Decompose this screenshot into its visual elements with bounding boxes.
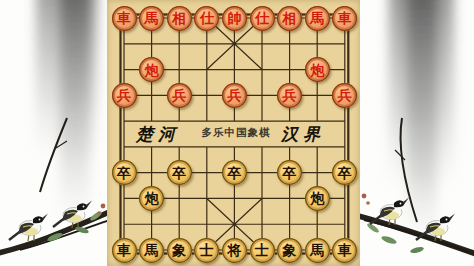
ink-painting-right [359, 0, 474, 266]
piece-red-chariot[interactable]: 車 [332, 6, 357, 31]
piece-red-cannon[interactable]: 炮 [305, 57, 330, 82]
piece-black-elephant[interactable]: 象 [167, 238, 192, 263]
river-watermark-text: 多乐中国象棋 [202, 126, 271, 140]
piece-black-soldier[interactable]: 卒 [112, 160, 137, 185]
xiangqi-board: 楚河 多乐中国象棋 汉界 車馬相仕帥仕相馬車炮炮兵兵兵兵兵卒卒卒卒卒炮炮車馬象士… [107, 0, 360, 266]
river-label-chu-he: 楚河 [136, 123, 180, 146]
piece-red-cannon[interactable]: 炮 [139, 57, 164, 82]
piece-black-advisor[interactable]: 士 [250, 238, 275, 263]
piece-red-general[interactable]: 帥 [222, 6, 247, 31]
piece-black-soldier[interactable]: 卒 [222, 160, 247, 185]
piece-red-elephant[interactable]: 相 [167, 6, 192, 31]
piece-red-chariot[interactable]: 車 [112, 6, 137, 31]
piece-black-cannon[interactable]: 炮 [305, 186, 330, 211]
piece-red-advisor[interactable]: 仕 [194, 6, 219, 31]
waterfall-wash-left [36, 0, 98, 220]
piece-black-elephant[interactable]: 象 [277, 238, 302, 263]
screenshot-root: 楚河 多乐中国象棋 汉界 車馬相仕帥仕相馬車炮炮兵兵兵兵兵卒卒卒卒卒炮炮車馬象士… [0, 0, 474, 266]
piece-black-cannon[interactable]: 炮 [139, 186, 164, 211]
piece-red-soldier[interactable]: 兵 [167, 83, 192, 108]
piece-black-chariot[interactable]: 車 [332, 238, 357, 263]
piece-red-soldier[interactable]: 兵 [112, 83, 137, 108]
piece-red-horse[interactable]: 馬 [139, 6, 164, 31]
piece-red-soldier[interactable]: 兵 [332, 83, 357, 108]
ink-painting-left [0, 0, 107, 266]
piece-black-chariot[interactable]: 車 [112, 238, 137, 263]
piece-red-advisor[interactable]: 仕 [250, 6, 275, 31]
piece-red-soldier[interactable]: 兵 [277, 83, 302, 108]
piece-black-horse[interactable]: 馬 [305, 238, 330, 263]
piece-red-horse[interactable]: 馬 [305, 6, 330, 31]
bird-icon [370, 198, 409, 226]
piece-black-general[interactable]: 将 [222, 238, 247, 263]
piece-red-elephant[interactable]: 相 [277, 6, 302, 31]
piece-black-advisor[interactable]: 士 [194, 238, 219, 263]
river-label-han-jie: 汉界 [281, 123, 325, 146]
piece-black-soldier[interactable]: 卒 [167, 160, 192, 185]
piece-red-soldier[interactable]: 兵 [222, 83, 247, 108]
piece-black-horse[interactable]: 馬 [139, 238, 164, 263]
